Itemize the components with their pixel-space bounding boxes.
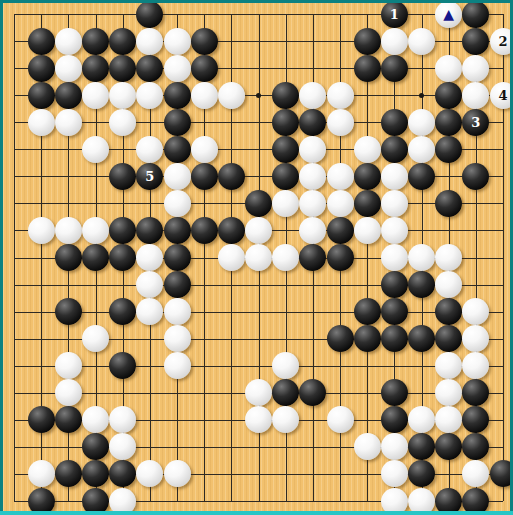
stone-black[interactable] (435, 433, 462, 460)
stone-black[interactable] (381, 271, 408, 298)
stone-white[interactable] (28, 460, 55, 487)
stone-white[interactable] (462, 460, 489, 487)
stone-black[interactable] (164, 217, 191, 244)
move-number-label: 3 (471, 116, 480, 129)
stone-black[interactable] (299, 244, 326, 271)
stone-black[interactable] (435, 488, 462, 512)
stone-black[interactable] (82, 460, 109, 487)
stone-black[interactable] (381, 379, 408, 406)
stone-white[interactable] (191, 136, 218, 163)
stone-white[interactable] (462, 298, 489, 325)
stone-white[interactable] (408, 28, 435, 55)
stone-white[interactable] (109, 109, 136, 136)
star-point (419, 93, 424, 98)
stone-white[interactable] (381, 28, 408, 55)
stone-white[interactable] (408, 244, 435, 271)
stone-white[interactable] (164, 28, 191, 55)
stone-black[interactable] (327, 244, 354, 271)
stone-black[interactable] (462, 406, 489, 433)
stone-black[interactable] (82, 55, 109, 82)
stone-black[interactable] (381, 109, 408, 136)
stone-white[interactable] (55, 217, 82, 244)
stone-white[interactable] (55, 55, 82, 82)
stone-black[interactable] (136, 55, 163, 82)
stone-black[interactable] (272, 379, 299, 406)
stone-white[interactable] (55, 379, 82, 406)
stone-white[interactable] (164, 325, 191, 352)
stone-black[interactable]: 1 (381, 3, 408, 28)
stone-black[interactable] (408, 460, 435, 487)
stone-white[interactable] (82, 217, 109, 244)
stone-white[interactable] (299, 163, 326, 190)
stone-black[interactable] (82, 488, 109, 512)
stone-black[interactable] (435, 298, 462, 325)
stone-white[interactable] (327, 82, 354, 109)
stone-white[interactable] (55, 28, 82, 55)
stone-white[interactable]: ▲ (435, 3, 462, 28)
stone-white[interactable] (136, 82, 163, 109)
stone-white[interactable]: 2 (490, 28, 511, 55)
stone-black[interactable] (462, 3, 489, 28)
stone-black[interactable]: 5 (136, 163, 163, 190)
stone-white[interactable] (82, 82, 109, 109)
stone-white[interactable] (109, 406, 136, 433)
stone-white[interactable] (327, 406, 354, 433)
stone-black[interactable] (109, 244, 136, 271)
stone-black[interactable] (354, 190, 381, 217)
stone-black[interactable] (381, 406, 408, 433)
stone-white[interactable] (435, 55, 462, 82)
stone-black[interactable] (164, 244, 191, 271)
stone-black[interactable] (408, 325, 435, 352)
stone-black[interactable] (435, 82, 462, 109)
stone-black[interactable] (109, 55, 136, 82)
stone-white[interactable] (462, 55, 489, 82)
stone-black[interactable] (191, 55, 218, 82)
stone-black[interactable] (82, 28, 109, 55)
stone-white[interactable] (164, 352, 191, 379)
stone-black[interactable] (55, 460, 82, 487)
triangle-marker-icon: ▲ (443, 7, 454, 21)
stone-black[interactable] (109, 217, 136, 244)
stone-black[interactable] (164, 271, 191, 298)
stone-white[interactable] (462, 82, 489, 109)
stone-black[interactable]: 3 (462, 109, 489, 136)
stone-white[interactable] (245, 379, 272, 406)
grid-line-horizontal (14, 312, 503, 313)
stone-white[interactable] (299, 190, 326, 217)
stone-black[interactable] (55, 244, 82, 271)
stone-white[interactable] (109, 82, 136, 109)
stone-black[interactable] (381, 298, 408, 325)
stone-white[interactable] (408, 136, 435, 163)
stone-white[interactable] (299, 82, 326, 109)
stone-black[interactable] (28, 82, 55, 109)
stone-black[interactable] (109, 460, 136, 487)
stone-black[interactable] (28, 406, 55, 433)
stone-black[interactable] (191, 217, 218, 244)
stone-black[interactable] (109, 28, 136, 55)
grid-line-vertical (367, 14, 368, 501)
stone-white[interactable] (272, 406, 299, 433)
star-point (256, 93, 261, 98)
stone-black[interactable] (191, 28, 218, 55)
stone-white[interactable] (136, 136, 163, 163)
stone-white[interactable] (381, 488, 408, 512)
stone-black[interactable] (164, 109, 191, 136)
stone-white[interactable] (218, 82, 245, 109)
stone-white[interactable] (354, 217, 381, 244)
stone-white[interactable] (164, 190, 191, 217)
stone-black[interactable] (28, 488, 55, 512)
stone-white[interactable] (82, 325, 109, 352)
stone-white[interactable] (28, 109, 55, 136)
stone-black[interactable] (272, 82, 299, 109)
stone-black[interactable] (462, 163, 489, 190)
stone-white[interactable] (381, 190, 408, 217)
stone-black[interactable] (28, 28, 55, 55)
stone-white[interactable] (327, 109, 354, 136)
stone-white[interactable] (435, 271, 462, 298)
stone-white[interactable] (354, 136, 381, 163)
stone-black[interactable] (381, 136, 408, 163)
stone-black[interactable] (55, 82, 82, 109)
stone-black[interactable] (435, 190, 462, 217)
stone-white[interactable] (245, 217, 272, 244)
stone-black[interactable] (408, 271, 435, 298)
stone-white[interactable] (462, 325, 489, 352)
stone-black[interactable] (218, 217, 245, 244)
stone-white[interactable] (164, 298, 191, 325)
stone-black[interactable] (272, 163, 299, 190)
stone-black[interactable] (354, 298, 381, 325)
stone-white[interactable] (272, 244, 299, 271)
stone-white[interactable] (299, 136, 326, 163)
stone-white[interactable] (435, 406, 462, 433)
stone-white[interactable] (435, 244, 462, 271)
stone-black[interactable] (327, 217, 354, 244)
board-bottom-edge (0, 511, 513, 515)
stone-white[interactable] (136, 271, 163, 298)
stone-black[interactable] (327, 325, 354, 352)
stone-black[interactable] (245, 190, 272, 217)
stone-white[interactable] (327, 163, 354, 190)
stone-white[interactable] (191, 82, 218, 109)
stone-white[interactable] (136, 28, 163, 55)
stone-white[interactable] (381, 244, 408, 271)
stone-white[interactable] (109, 433, 136, 460)
move-number-label: 5 (145, 170, 154, 183)
stone-black[interactable] (136, 3, 163, 28)
stone-black[interactable] (82, 244, 109, 271)
stone-white[interactable] (354, 433, 381, 460)
stone-black[interactable] (55, 298, 82, 325)
stone-black[interactable] (55, 406, 82, 433)
stone-black[interactable] (354, 163, 381, 190)
stone-black[interactable] (82, 433, 109, 460)
stone-white[interactable] (381, 433, 408, 460)
stone-black[interactable] (381, 325, 408, 352)
stone-white[interactable] (136, 298, 163, 325)
stone-black[interactable] (462, 488, 489, 512)
stone-white[interactable] (435, 379, 462, 406)
stone-black[interactable] (354, 28, 381, 55)
stone-black[interactable] (354, 55, 381, 82)
go-board-frame: 1▲2435 (0, 0, 513, 515)
move-number-label: 1 (390, 8, 399, 21)
stone-black[interactable] (164, 136, 191, 163)
stone-black[interactable] (435, 109, 462, 136)
move-number-label: 4 (498, 89, 507, 102)
stone-black[interactable] (272, 136, 299, 163)
stone-white[interactable] (55, 352, 82, 379)
stone-white[interactable] (164, 460, 191, 487)
stone-white[interactable] (164, 163, 191, 190)
stone-white[interactable] (408, 109, 435, 136)
stone-black[interactable] (191, 163, 218, 190)
stone-white[interactable] (245, 406, 272, 433)
stone-black[interactable] (462, 379, 489, 406)
stone-black[interactable] (462, 433, 489, 460)
stone-black[interactable] (299, 379, 326, 406)
stone-white[interactable] (381, 460, 408, 487)
stone-white[interactable] (82, 136, 109, 163)
stone-white[interactable] (82, 406, 109, 433)
stone-black[interactable] (381, 55, 408, 82)
stone-black[interactable] (435, 325, 462, 352)
stone-black[interactable] (272, 109, 299, 136)
stone-white[interactable] (109, 488, 136, 512)
stone-black[interactable] (408, 163, 435, 190)
stone-black[interactable] (490, 460, 511, 487)
stone-black[interactable] (299, 109, 326, 136)
stone-black[interactable] (136, 217, 163, 244)
stone-white[interactable] (245, 244, 272, 271)
stone-black[interactable] (354, 325, 381, 352)
stone-black[interactable] (408, 433, 435, 460)
stone-white[interactable] (164, 55, 191, 82)
stone-black[interactable] (164, 82, 191, 109)
stone-black[interactable] (109, 163, 136, 190)
stone-black[interactable] (28, 55, 55, 82)
move-number-label: 2 (498, 35, 507, 48)
stone-white[interactable] (408, 406, 435, 433)
stone-white[interactable] (136, 460, 163, 487)
stone-white[interactable] (55, 109, 82, 136)
stone-white[interactable] (462, 352, 489, 379)
stone-white[interactable] (381, 163, 408, 190)
grid-line-horizontal (14, 366, 503, 367)
stone-black[interactable] (462, 28, 489, 55)
stone-white[interactable] (272, 190, 299, 217)
stone-black[interactable] (218, 163, 245, 190)
stone-white[interactable] (408, 488, 435, 512)
stone-white[interactable] (136, 244, 163, 271)
stone-black[interactable] (109, 352, 136, 379)
stone-white[interactable] (435, 352, 462, 379)
stone-white[interactable] (272, 352, 299, 379)
go-board[interactable]: 1▲2435 (3, 3, 510, 511)
stone-white[interactable]: 4 (490, 82, 511, 109)
stone-white[interactable] (299, 217, 326, 244)
stone-white[interactable] (28, 217, 55, 244)
stone-white[interactable] (218, 244, 245, 271)
stone-white[interactable] (381, 217, 408, 244)
stone-black[interactable] (109, 298, 136, 325)
stone-black[interactable] (435, 136, 462, 163)
stone-white[interactable] (327, 190, 354, 217)
